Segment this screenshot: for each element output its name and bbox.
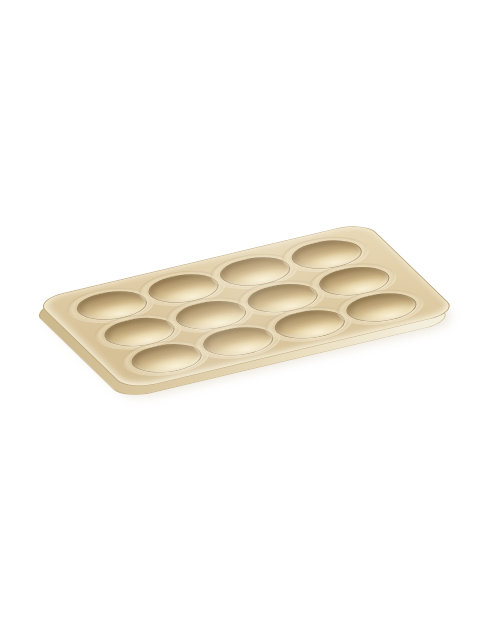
product-photo <box>0 0 495 628</box>
cup-grid <box>35 222 364 300</box>
muffin-pan <box>0 0 495 628</box>
